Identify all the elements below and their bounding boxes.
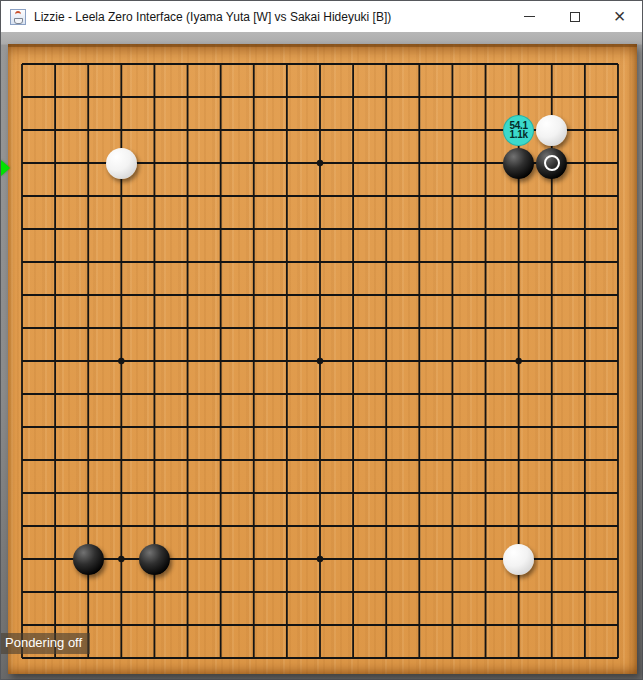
board-intersection[interactable] [72, 543, 105, 576]
white-stone [503, 544, 534, 575]
content-area: 54.11.1k Pondering off [1, 32, 642, 679]
suggested-move[interactable]: 54.11.1k [503, 115, 534, 146]
lizzie-window: Lizzie - Leela Zero Interface (Iyama Yut… [0, 0, 643, 680]
left-edge-arrow-icon [1, 160, 10, 176]
black-stone [139, 544, 170, 575]
board-intersection[interactable] [138, 543, 171, 576]
suggestion-visits: 1.1k [509, 130, 527, 139]
maximize-button[interactable] [552, 1, 597, 32]
black-stone [536, 148, 567, 179]
minimize-button[interactable] [507, 1, 552, 32]
window-controls: × [507, 1, 642, 32]
white-stone [106, 148, 137, 179]
titlebar[interactable]: Lizzie - Leela Zero Interface (Iyama Yut… [1, 1, 642, 32]
java-app-icon [10, 9, 26, 25]
pondering-status: Pondering off [1, 633, 90, 654]
board-intersection[interactable] [502, 543, 535, 576]
window-title: Lizzie - Leela Zero Interface (Iyama Yut… [34, 10, 391, 24]
board-intersection[interactable] [502, 147, 535, 180]
go-board[interactable]: 54.11.1k [8, 44, 637, 674]
last-move-marker [544, 155, 560, 171]
close-button[interactable]: × [597, 1, 642, 32]
maximize-icon [570, 12, 580, 22]
board-intersection[interactable] [105, 147, 138, 180]
close-icon: × [614, 6, 626, 26]
black-stone [503, 148, 534, 179]
board-intersection[interactable] [535, 147, 568, 180]
white-stone [536, 115, 567, 146]
minimize-icon [524, 16, 535, 17]
board-intersection[interactable] [535, 114, 568, 147]
stones-layer: 54.11.1k [5, 48, 634, 675]
board-intersection[interactable]: 54.11.1k [502, 114, 535, 147]
black-stone [73, 544, 104, 575]
